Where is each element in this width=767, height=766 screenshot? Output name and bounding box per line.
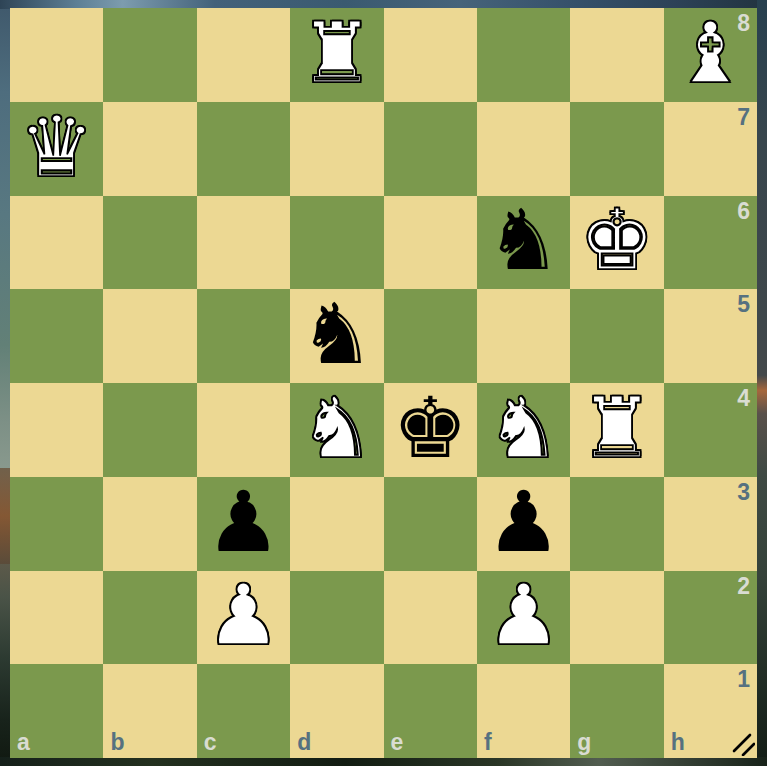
square-e8[interactable] xyxy=(384,8,477,102)
piece-white-queen[interactable]: ♛ xyxy=(19,105,94,189)
rank-label-1: 1 xyxy=(737,668,750,691)
square-d8[interactable]: ♜ xyxy=(290,8,383,102)
rank-label-6: 6 xyxy=(737,200,750,223)
square-c4[interactable] xyxy=(197,383,290,477)
square-h4[interactable]: 4 xyxy=(664,383,757,477)
square-e6[interactable] xyxy=(384,196,477,290)
square-f3[interactable]: ♟ xyxy=(477,477,570,571)
chess-app-window: ♜♝8♛7♞♚6♞5♞♚♞♜4♟♟3♟♟2abcdefg1h xyxy=(0,0,767,766)
square-f1[interactable]: f xyxy=(477,664,570,758)
file-label-d: d xyxy=(297,731,311,754)
square-c8[interactable] xyxy=(197,8,290,102)
background-foliage-strip xyxy=(0,757,767,766)
file-label-g: g xyxy=(577,731,591,754)
file-label-e: e xyxy=(391,731,404,754)
rank-label-2: 2 xyxy=(737,575,750,598)
square-b2[interactable] xyxy=(103,571,196,665)
square-c1[interactable]: c xyxy=(197,664,290,758)
square-a5[interactable] xyxy=(10,289,103,383)
square-d1[interactable]: d xyxy=(290,664,383,758)
square-a2[interactable] xyxy=(10,571,103,665)
square-h3[interactable]: 3 xyxy=(664,477,757,571)
piece-white-pawn[interactable]: ♟ xyxy=(206,573,281,657)
square-b6[interactable] xyxy=(103,196,196,290)
square-g1[interactable]: g xyxy=(570,664,663,758)
square-f4[interactable]: ♞ xyxy=(477,383,570,477)
piece-black-knight[interactable]: ♞ xyxy=(486,198,561,282)
file-label-a: a xyxy=(17,731,30,754)
square-g2[interactable] xyxy=(570,571,663,665)
piece-black-pawn[interactable]: ♟ xyxy=(206,480,281,564)
square-c5[interactable] xyxy=(197,289,290,383)
square-f2[interactable]: ♟ xyxy=(477,571,570,665)
square-h5[interactable]: 5 xyxy=(664,289,757,383)
rank-label-4: 4 xyxy=(737,387,750,410)
rank-label-8: 8 xyxy=(737,12,750,35)
square-g5[interactable] xyxy=(570,289,663,383)
piece-black-knight[interactable]: ♞ xyxy=(299,292,374,376)
square-d7[interactable] xyxy=(290,102,383,196)
square-c3[interactable]: ♟ xyxy=(197,477,290,571)
square-h6[interactable]: 6 xyxy=(664,196,757,290)
square-e7[interactable] xyxy=(384,102,477,196)
square-f5[interactable] xyxy=(477,289,570,383)
square-d2[interactable] xyxy=(290,571,383,665)
square-f7[interactable] xyxy=(477,102,570,196)
square-g4[interactable]: ♜ xyxy=(570,383,663,477)
square-f8[interactable] xyxy=(477,8,570,102)
chess-board[interactable]: ♜♝8♛7♞♚6♞5♞♚♞♜4♟♟3♟♟2abcdefg1h xyxy=(10,8,757,758)
rank-label-3: 3 xyxy=(737,481,750,504)
square-h2[interactable]: 2 xyxy=(664,571,757,665)
file-label-b: b xyxy=(110,731,124,754)
background-right-strip xyxy=(757,0,767,766)
square-e4[interactable]: ♚ xyxy=(384,383,477,477)
square-a8[interactable] xyxy=(10,8,103,102)
square-c7[interactable] xyxy=(197,102,290,196)
square-d4[interactable]: ♞ xyxy=(290,383,383,477)
square-g8[interactable] xyxy=(570,8,663,102)
file-label-f: f xyxy=(484,731,492,754)
piece-white-rook[interactable]: ♜ xyxy=(299,11,374,95)
square-b3[interactable] xyxy=(103,477,196,571)
file-label-h: h xyxy=(671,731,685,754)
square-b5[interactable] xyxy=(103,289,196,383)
square-d6[interactable] xyxy=(290,196,383,290)
square-e3[interactable] xyxy=(384,477,477,571)
square-b8[interactable] xyxy=(103,8,196,102)
piece-black-pawn[interactable]: ♟ xyxy=(486,480,561,564)
square-b7[interactable] xyxy=(103,102,196,196)
piece-white-pawn[interactable]: ♟ xyxy=(486,573,561,657)
square-g7[interactable] xyxy=(570,102,663,196)
square-b4[interactable] xyxy=(103,383,196,477)
piece-black-king[interactable]: ♚ xyxy=(393,386,468,470)
piece-white-knight[interactable]: ♞ xyxy=(299,386,374,470)
square-a7[interactable]: ♛ xyxy=(10,102,103,196)
square-a6[interactable] xyxy=(10,196,103,290)
square-d3[interactable] xyxy=(290,477,383,571)
square-g6[interactable]: ♚ xyxy=(570,196,663,290)
square-a4[interactable] xyxy=(10,383,103,477)
square-a3[interactable] xyxy=(10,477,103,571)
square-h8[interactable]: ♝8 xyxy=(664,8,757,102)
board-resize-handle-icon[interactable] xyxy=(731,732,755,756)
square-c6[interactable] xyxy=(197,196,290,290)
file-label-c: c xyxy=(204,731,217,754)
piece-white-knight[interactable]: ♞ xyxy=(486,386,561,470)
square-g3[interactable] xyxy=(570,477,663,571)
square-b1[interactable]: b xyxy=(103,664,196,758)
square-e1[interactable]: e xyxy=(384,664,477,758)
square-e2[interactable] xyxy=(384,571,477,665)
piece-white-rook[interactable]: ♜ xyxy=(579,386,654,470)
chess-board-container: ♜♝8♛7♞♚6♞5♞♚♞♜4♟♟3♟♟2abcdefg1h xyxy=(10,8,757,758)
square-d5[interactable]: ♞ xyxy=(290,289,383,383)
square-f6[interactable]: ♞ xyxy=(477,196,570,290)
square-a1[interactable]: a xyxy=(10,664,103,758)
piece-white-king[interactable]: ♚ xyxy=(579,198,654,282)
rank-label-7: 7 xyxy=(737,106,750,129)
rank-label-5: 5 xyxy=(737,293,750,316)
square-e5[interactable] xyxy=(384,289,477,383)
square-c2[interactable]: ♟ xyxy=(197,571,290,665)
square-h7[interactable]: 7 xyxy=(664,102,757,196)
